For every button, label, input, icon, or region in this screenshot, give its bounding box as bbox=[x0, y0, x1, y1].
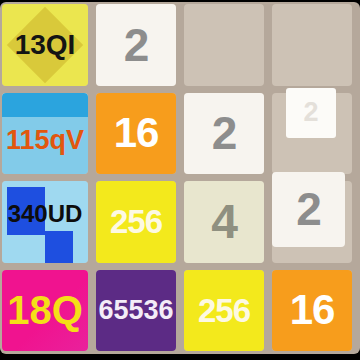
cell-r4c4: 16 bbox=[272, 270, 352, 352]
cell-r1c4-empty bbox=[272, 4, 352, 86]
cell-r2c4: 2 bbox=[272, 93, 352, 175]
cell-r4c2: 65536 bbox=[96, 270, 176, 352]
tile-label: 340UD bbox=[8, 202, 83, 226]
tile-label: 2 bbox=[296, 186, 321, 232]
tile-16: 16 bbox=[272, 270, 352, 352]
tile-label: 18Q bbox=[7, 290, 83, 330]
blue-block-shape bbox=[45, 231, 73, 263]
tile-2: 2 bbox=[184, 93, 264, 175]
cell-r1c2: 2 bbox=[96, 4, 176, 86]
tile-16: 16 bbox=[96, 93, 176, 175]
tile-2-spawning: 2 bbox=[286, 88, 336, 138]
tile-label: 115qV bbox=[6, 127, 84, 154]
tile-label: 2 bbox=[212, 110, 237, 156]
tile-115qv: 115qV bbox=[2, 93, 88, 175]
game-board-2048[interactable]: 13QI 2 115qV 16 2 2 340UD bbox=[0, 2, 360, 354]
tile-label: 256 bbox=[110, 205, 162, 238]
tile-13qi: 13QI bbox=[2, 4, 88, 86]
cell-r4c3: 256 bbox=[184, 270, 264, 352]
tile-2: 2 bbox=[272, 172, 345, 247]
tile-label: 16 bbox=[114, 112, 159, 154]
cell-r3c2: 256 bbox=[96, 181, 176, 263]
tile-4: 4 bbox=[184, 181, 264, 263]
tile-256: 256 bbox=[184, 270, 264, 352]
tile-2: 2 bbox=[96, 4, 176, 86]
tile-label: 13QI bbox=[15, 31, 76, 59]
tile-label: 2 bbox=[124, 22, 149, 68]
tile-label: 2 bbox=[303, 97, 318, 128]
tile-label: 16 bbox=[290, 289, 335, 331]
tile-65536: 65536 bbox=[96, 270, 176, 352]
cell-r2c2: 16 bbox=[96, 93, 176, 175]
cell-r4c1: 18Q bbox=[2, 270, 88, 352]
tile-label: 256 bbox=[198, 294, 250, 327]
cell-r3c4: 2 bbox=[272, 181, 352, 263]
cell-r3c3: 4 bbox=[184, 181, 264, 263]
cell-r2c1: 115qV bbox=[2, 93, 88, 175]
tile-label: 65536 bbox=[98, 297, 173, 324]
blue-band-shape bbox=[2, 93, 88, 117]
cell-r1c1: 13QI bbox=[2, 4, 88, 86]
tile-256: 256 bbox=[96, 181, 176, 263]
tile-18q: 18Q bbox=[2, 270, 88, 352]
cell-r3c1: 340UD bbox=[2, 181, 88, 263]
cell-r1c3-empty bbox=[184, 4, 264, 86]
tile-340ud: 340UD bbox=[2, 181, 88, 263]
cell-r2c3: 2 bbox=[184, 93, 264, 175]
tile-label: 4 bbox=[211, 198, 237, 246]
